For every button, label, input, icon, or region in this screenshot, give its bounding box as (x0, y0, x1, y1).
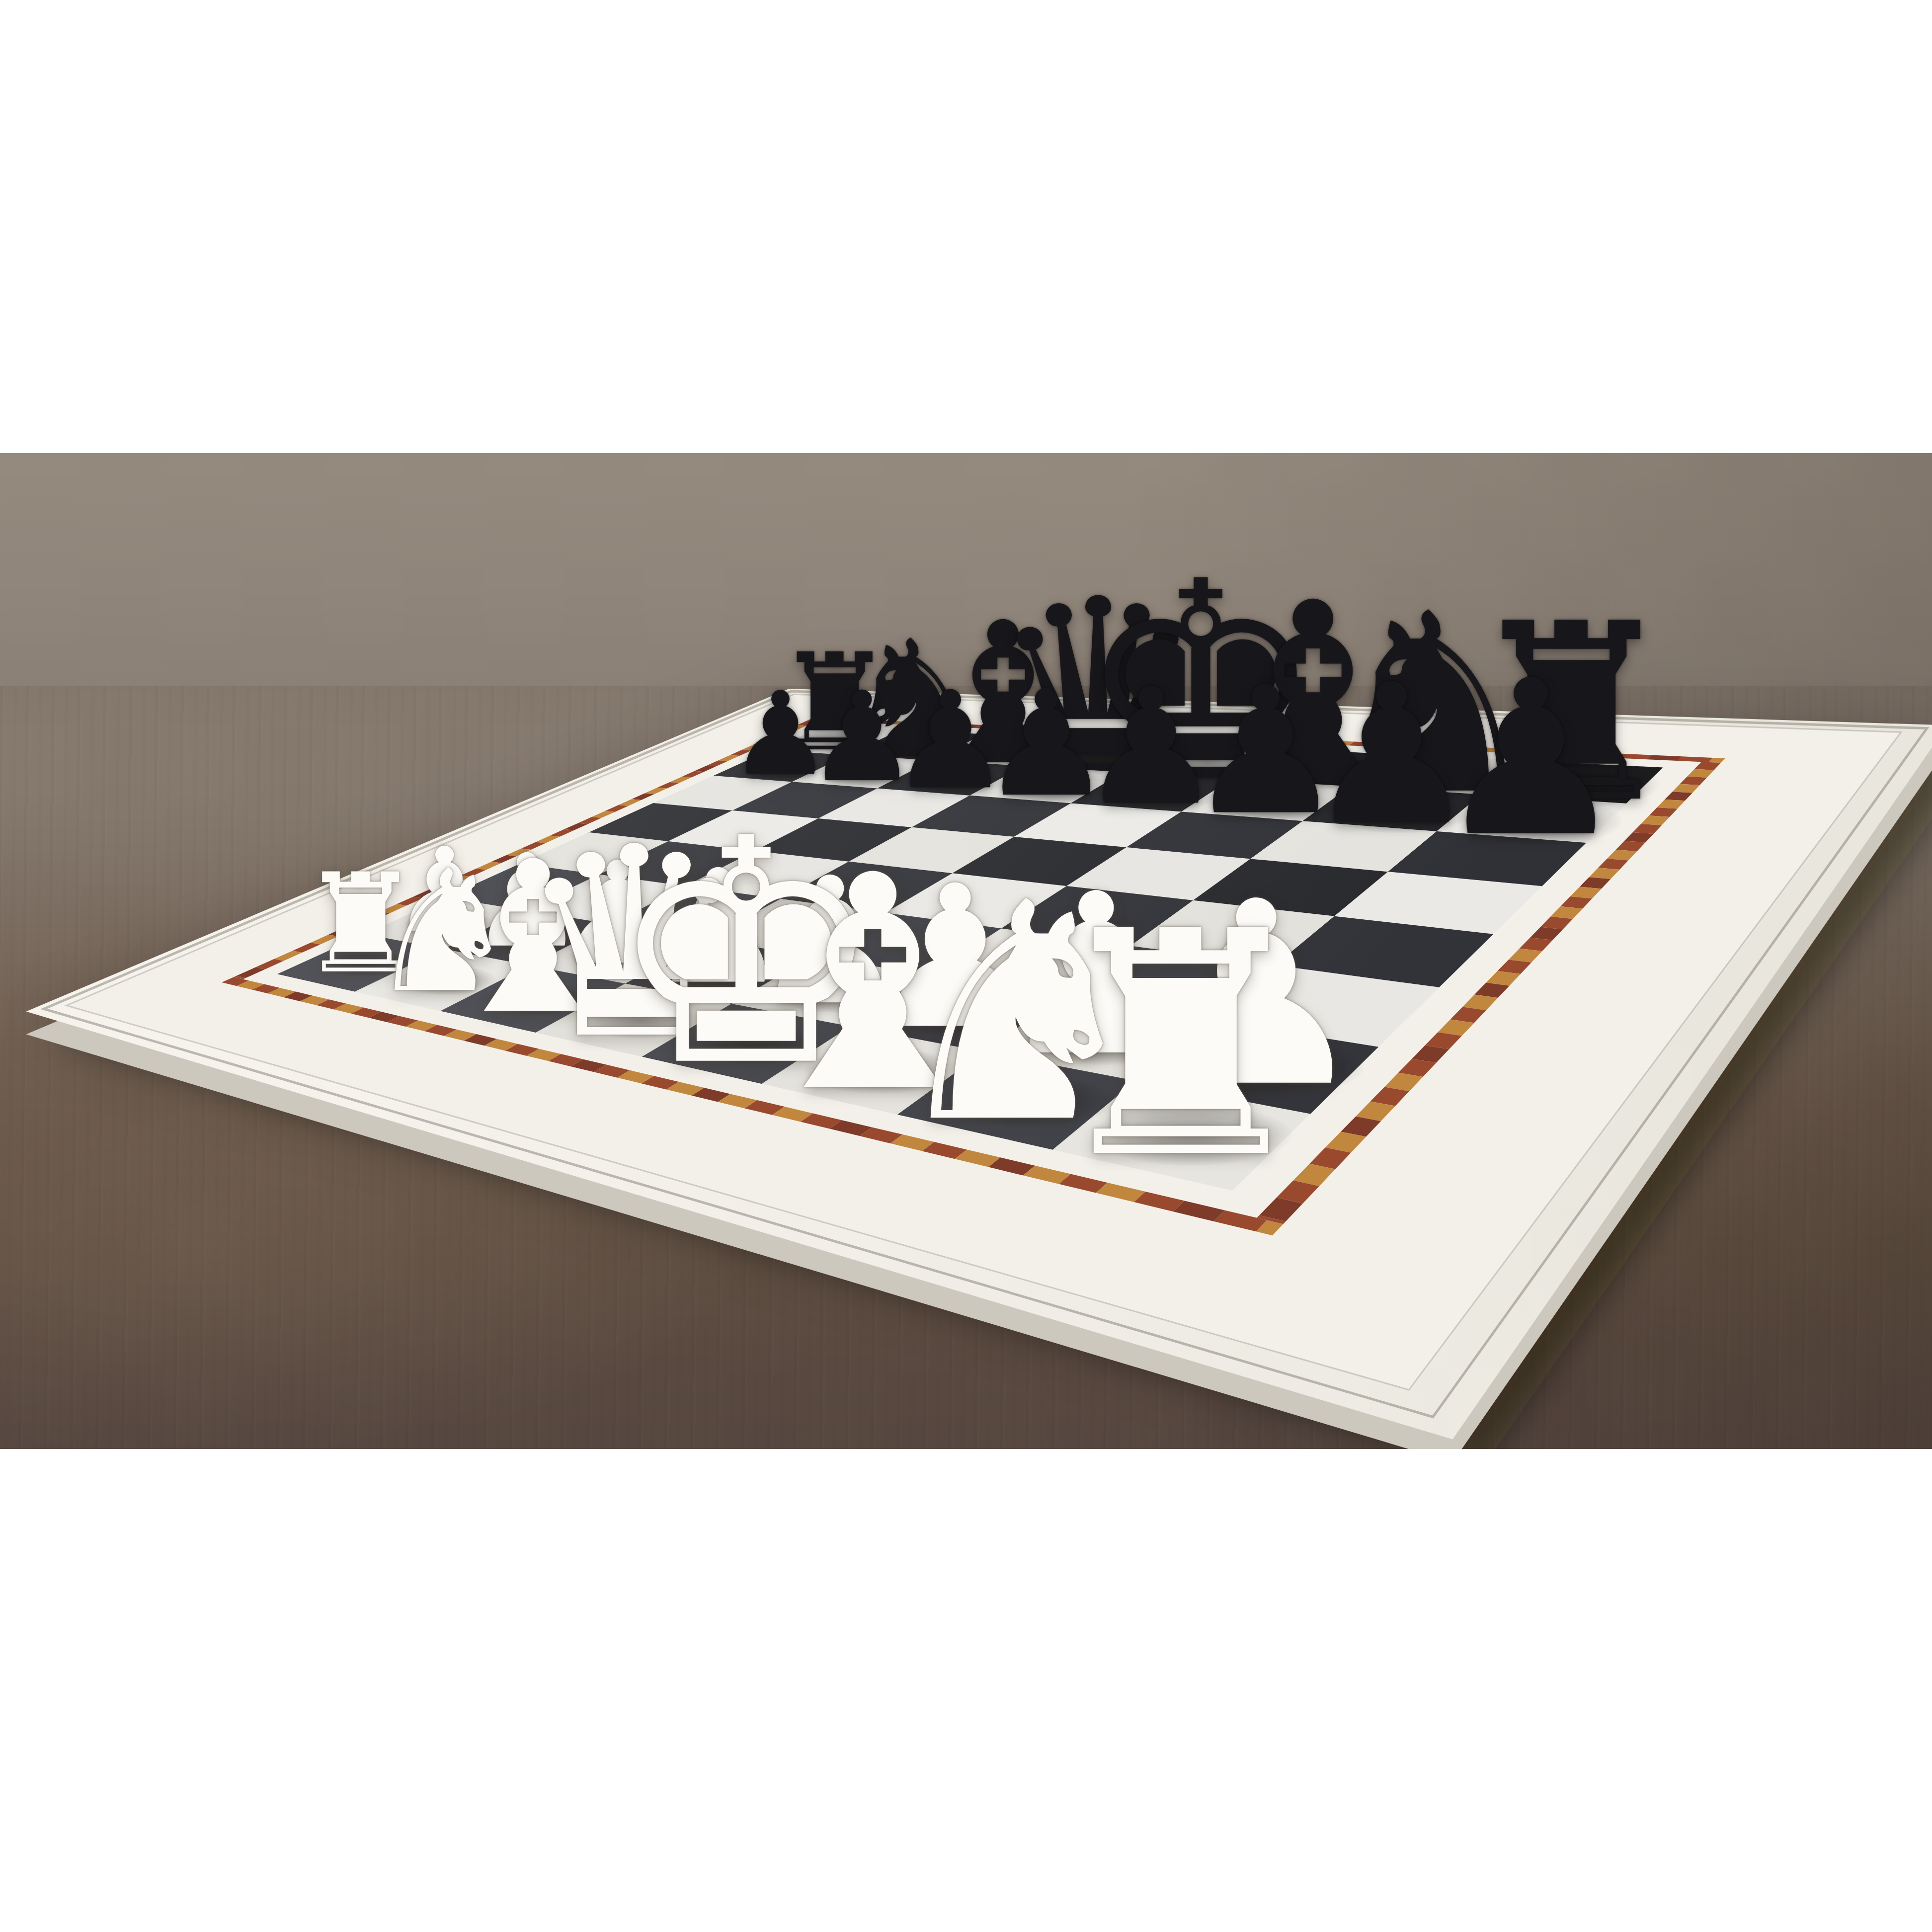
piece-black-pawn: ♟ (1435, 652, 1627, 867)
piece-white-rook: ♜ (1042, 891, 1320, 1201)
photo-top-margin (0, 0, 1932, 453)
photo-bottom-margin (0, 1449, 1932, 1932)
product-photo: ♜♞♝♛♚♟♝♟♞♟♜♟♟♟♟♟♟♟♟♜♟♞♟♝♟♛♟♚♟♝♞♜ (0, 0, 1932, 1932)
